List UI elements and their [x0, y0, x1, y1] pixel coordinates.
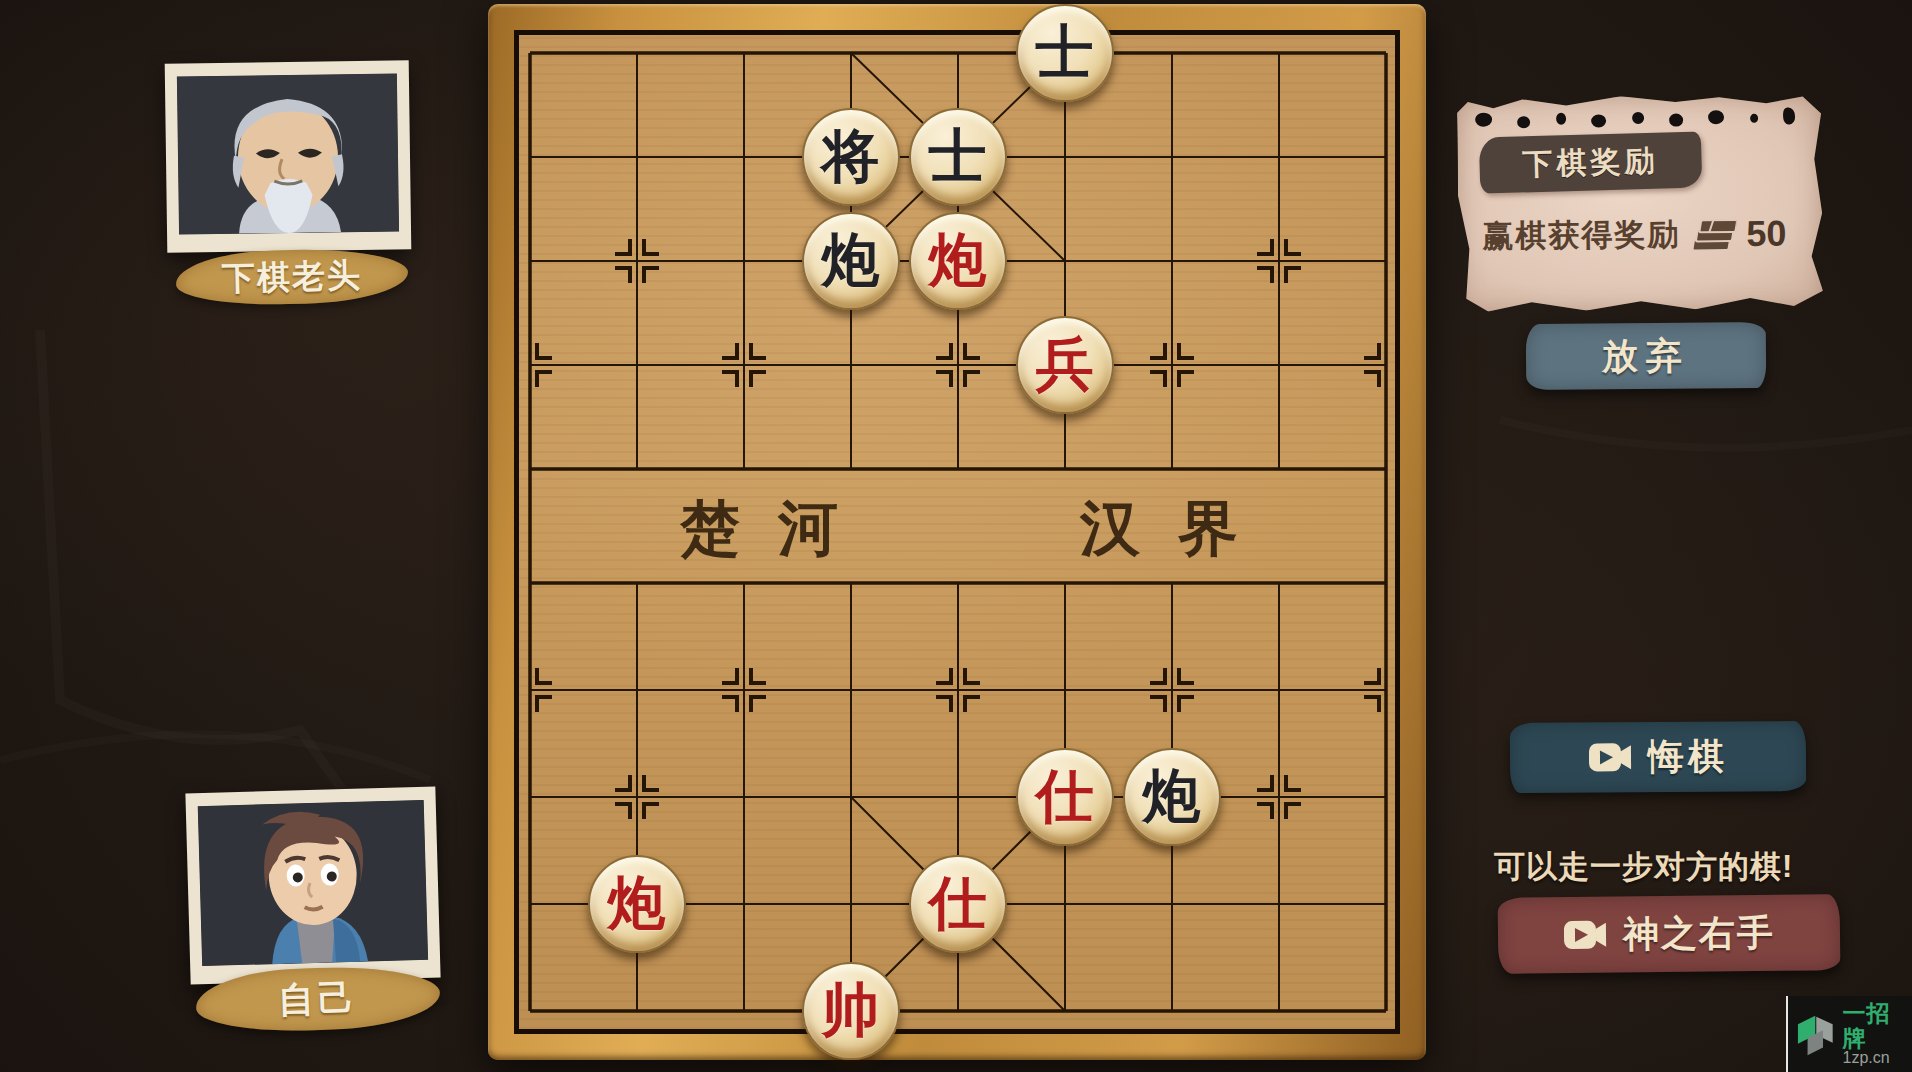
gods-right-hand-label: 神之右手	[1623, 908, 1776, 959]
piece-兵-red[interactable]: 兵	[1016, 316, 1114, 414]
game-screen: 楚河 汉界 士将士炮炮兵仕炮炮仕帅 下棋老头	[0, 0, 1912, 1072]
reward-panel: 下棋奖励 赢棋获得奖励 50	[1457, 94, 1823, 314]
piece-将-black[interactable]: 将	[802, 108, 900, 206]
piece-仕-red[interactable]: 仕	[1016, 748, 1114, 846]
give-up-label: 放弃	[1602, 331, 1690, 381]
piece-炮-red[interactable]: 炮	[909, 212, 1007, 310]
opponent-photo-card	[165, 60, 412, 252]
piece-士-black[interactable]: 士	[909, 108, 1007, 206]
undo-label: 悔棋	[1648, 732, 1728, 782]
self-avatar	[198, 800, 428, 966]
piece-仕-red[interactable]: 仕	[909, 855, 1007, 953]
cube-logo-icon	[1796, 1012, 1837, 1056]
pieces-grid: 士将士炮炮兵仕炮炮仕帅	[476, 1, 1439, 1064]
gods-hand-tip: 可以走一步对方的棋!	[1494, 846, 1864, 888]
video-ad-icon	[1563, 918, 1609, 952]
money-stack-icon	[1690, 215, 1736, 253]
piece-炮-black[interactable]: 炮	[1123, 748, 1221, 846]
give-up-button[interactable]: 放弃	[1526, 322, 1767, 390]
reward-title: 下棋奖励	[1522, 140, 1659, 185]
reward-description: 赢棋获得奖励	[1482, 214, 1680, 258]
watermark-domain: 1zp.cn	[1843, 1050, 1912, 1067]
undo-move-button[interactable]: 悔棋	[1510, 721, 1806, 793]
reward-line: 赢棋获得奖励 50	[1482, 212, 1786, 257]
site-watermark: 一招牌 1zp.cn	[1786, 996, 1912, 1072]
reward-title-badge: 下棋奖励	[1479, 131, 1702, 193]
piece-炮-red[interactable]: 炮	[588, 855, 686, 953]
self-name: 自己	[277, 973, 359, 1025]
xiangqi-board[interactable]: 楚河 汉界 士将士炮炮兵仕炮炮仕帅	[488, 4, 1426, 1060]
video-ad-icon	[1588, 740, 1634, 774]
reward-amount: 50	[1746, 212, 1786, 254]
self-photo-card	[185, 787, 440, 985]
perforation-dots	[1475, 106, 1795, 128]
gods-right-hand-button[interactable]: 神之右手	[1498, 894, 1841, 974]
watermark-brand: 一招牌	[1843, 1001, 1912, 1049]
piece-帅-red[interactable]: 帅	[802, 962, 900, 1060]
piece-炮-black[interactable]: 炮	[802, 212, 900, 310]
opponent-avatar	[177, 73, 399, 234]
piece-士-black[interactable]: 士	[1016, 4, 1114, 102]
opponent-name: 下棋老头	[221, 253, 362, 302]
